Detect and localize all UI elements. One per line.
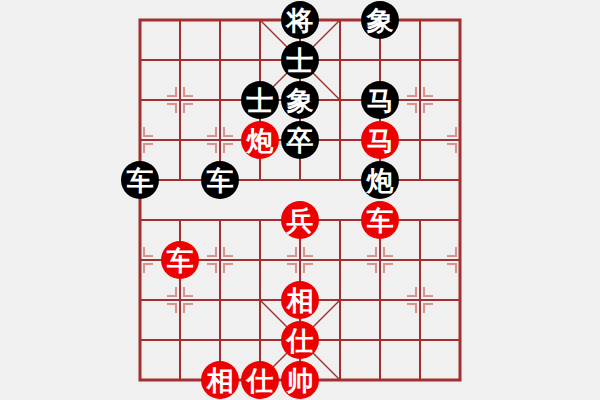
piece-black-soldier[interactable]: 卒 — [281, 121, 319, 159]
xiangqi-diagram: 将象士士象马炮卒马车车炮兵车车相仕相仕帅 — [0, 0, 600, 400]
piece-black-horse[interactable]: 马 — [361, 81, 399, 119]
piece-red-cannon[interactable]: 炮 — [241, 121, 279, 159]
piece-red-rook-1[interactable]: 车 — [361, 201, 399, 239]
piece-red-elephant-2[interactable]: 相 — [201, 361, 239, 399]
piece-red-advisor-2[interactable]: 仕 — [241, 361, 279, 399]
piece-red-rook-2[interactable]: 车 — [161, 241, 199, 279]
piece-black-advisor-2[interactable]: 士 — [241, 81, 279, 119]
piece-black-advisor-1[interactable]: 士 — [281, 41, 319, 79]
pieces-layer: 将象士士象马炮卒马车车炮兵车车相仕相仕帅 — [0, 0, 600, 400]
piece-red-soldier[interactable]: 兵 — [281, 201, 319, 239]
piece-red-general[interactable]: 帅 — [281, 361, 319, 399]
xiangqi-board[interactable]: 将象士士象马炮卒马车车炮兵车车相仕相仕帅 — [0, 0, 600, 400]
piece-red-elephant-1[interactable]: 相 — [281, 281, 319, 319]
piece-red-horse[interactable]: 马 — [361, 121, 399, 159]
piece-black-elephant-2[interactable]: 象 — [281, 81, 319, 119]
piece-black-rook-2[interactable]: 车 — [201, 161, 239, 199]
piece-black-cannon[interactable]: 炮 — [361, 161, 399, 199]
piece-black-general[interactable]: 将 — [281, 1, 319, 39]
piece-black-rook-1[interactable]: 车 — [121, 161, 159, 199]
piece-red-advisor-1[interactable]: 仕 — [281, 321, 319, 359]
piece-black-elephant-1[interactable]: 象 — [361, 1, 399, 39]
